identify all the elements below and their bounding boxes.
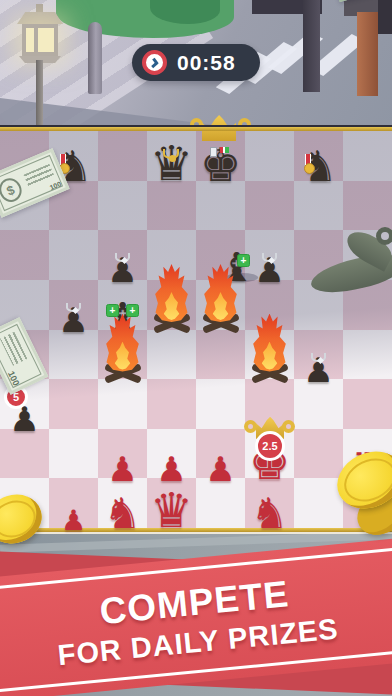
promo-banner: COMPETE FOR DAILY PRIZES — [0, 534, 392, 696]
chess-board[interactable]: ♞♛♚♞♟♝♟♟♝♟♟5♟♟♟♚2.5♜♜♟♞♛♞ $ 100 100 — [0, 131, 392, 528]
curled-dollar-bill-curl — [376, 227, 392, 245]
piece-red-p-c2[interactable]: ♟ — [98, 429, 147, 479]
piece-glyph: ♞ — [251, 493, 289, 535]
square-d3[interactable] — [147, 379, 196, 429]
piece-glyph: ♟ — [205, 452, 235, 486]
square-d4[interactable] — [147, 330, 196, 380]
piece-glyph: ♚ — [200, 142, 241, 188]
building-corner — [378, 0, 392, 34]
piece-black-n-g8[interactable]: ♞ — [294, 131, 343, 181]
square-b3[interactable] — [49, 379, 98, 429]
piece-red-n-c1[interactable]: ♞ — [98, 478, 147, 528]
clock-icon — [142, 50, 167, 75]
square-f7[interactable] — [245, 181, 294, 231]
board-edge-top — [0, 125, 392, 131]
square-f8[interactable] — [245, 131, 294, 181]
square-f4[interactable] — [245, 330, 294, 380]
piece-black-q-d8[interactable]: ♛ — [147, 131, 196, 181]
building-column — [357, 12, 378, 96]
piece-glyph: ♛ — [150, 140, 193, 188]
square-b2[interactable] — [49, 429, 98, 479]
piece-black-p-b5[interactable]: ♟ — [49, 280, 98, 330]
piece-red-p-d2[interactable]: ♟ — [147, 429, 196, 479]
bollard-post — [88, 22, 102, 94]
piece-glyph: ♛ — [150, 487, 193, 535]
piece-glyph: ♟ — [58, 303, 88, 337]
square-e3[interactable] — [196, 379, 245, 429]
piece-glyph: ♟ — [303, 353, 333, 387]
piece-glyph: ♞ — [104, 493, 142, 535]
square-h4[interactable] — [343, 330, 392, 380]
piece-glyph: ♟ — [61, 507, 86, 535]
piece-black-p-g4[interactable]: ♟ — [294, 330, 343, 380]
square-a6[interactable] — [0, 230, 49, 280]
square-d5[interactable] — [147, 280, 196, 330]
square-h7[interactable] — [343, 181, 392, 231]
piece-glyph: ♞ — [300, 146, 338, 188]
piece-red-p-e2[interactable]: ♟ — [196, 429, 245, 479]
piece-glyph: ♝ — [105, 297, 141, 337]
lamp-glow — [22, 24, 58, 56]
square-b6[interactable] — [49, 230, 98, 280]
square-c8[interactable] — [98, 131, 147, 181]
square-c7[interactable] — [98, 181, 147, 231]
square-g1[interactable] — [294, 478, 343, 528]
lamp-finial — [36, 4, 43, 13]
piece-black-p-f6[interactable]: ♟ — [245, 230, 294, 280]
street-lamp — [14, 4, 66, 134]
signal-pole — [303, 0, 320, 92]
app-screen: 100 00:58 ♞♛♚♞♟♝♟♟♝♟♟5♟♟♟♚2.5♜♜♟♞♛♞ $ 10… — [0, 0, 392, 696]
timer-value: 00:58 — [177, 51, 236, 75]
piece-red-q-d1[interactable]: ♛ — [147, 478, 196, 528]
square-c3[interactable] — [98, 379, 147, 429]
chess-board-frame: ♞♛♚♞♟♝♟♟♝♟♟5♟♟♟♚2.5♜♜♟♞♛♞ $ 100 100 — [0, 125, 392, 536]
square-g2[interactable] — [294, 429, 343, 479]
timer-pill: 00:58 — [132, 44, 260, 81]
piece-black-b-c5[interactable]: ♝ — [98, 280, 147, 330]
piece-red-p-b1[interactable]: ♟ — [49, 478, 98, 528]
board-edge-bottom — [0, 528, 392, 534]
lamp-pole — [36, 60, 43, 132]
piece-red-k-f2[interactable]: ♚2.5 — [245, 429, 294, 479]
square-f3[interactable] — [245, 379, 294, 429]
piece-red-n-f1[interactable]: ♞ — [245, 478, 294, 528]
value-badge: 2.5 — [255, 431, 285, 461]
piece-black-k-e8[interactable]: ♚ — [196, 131, 245, 181]
piece-black-p-c6[interactable]: ♟ — [98, 230, 147, 280]
square-h8[interactable] — [343, 131, 392, 181]
piece-glyph: ♟ — [254, 253, 284, 287]
square-d6[interactable] — [147, 230, 196, 280]
lamp-roof — [17, 12, 63, 24]
square-e4[interactable] — [196, 330, 245, 380]
square-h3[interactable] — [343, 379, 392, 429]
